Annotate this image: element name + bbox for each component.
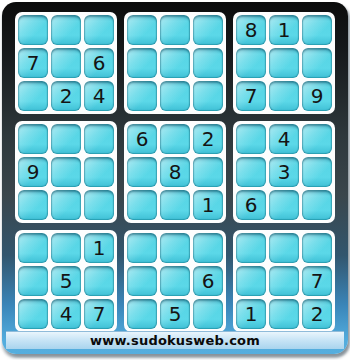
cell-r6c7[interactable]: 6 (236, 190, 266, 220)
cell-r2c1[interactable]: 7 (18, 48, 48, 78)
cell-r1c9[interactable] (302, 15, 332, 45)
cell-r1c1[interactable] (18, 15, 48, 45)
cell-r5c6[interactable] (193, 157, 223, 187)
cell-r9c6[interactable] (193, 299, 223, 329)
cell-r8c1[interactable] (18, 266, 48, 296)
cell-r4c4[interactable]: 6 (127, 124, 157, 154)
cell-r8c4[interactable] (127, 266, 157, 296)
cell-r2c9[interactable] (302, 48, 332, 78)
cell-r3c1[interactable] (18, 81, 48, 111)
cell-r5c1[interactable]: 9 (18, 157, 48, 187)
cell-r2c5[interactable] (160, 48, 190, 78)
cell-r4c3[interactable] (84, 124, 114, 154)
footer-band: www.sudokusweb.com (6, 331, 344, 349)
cell-r5c9[interactable] (302, 157, 332, 187)
sudoku-grid: 7624817996281436154765712 (2, 12, 348, 332)
cell-r9c1[interactable] (18, 299, 48, 329)
cell-r8c7[interactable] (236, 266, 266, 296)
cell-r1c3[interactable] (84, 15, 114, 45)
cell-r3c2[interactable]: 2 (51, 81, 81, 111)
cell-r4c9[interactable] (302, 124, 332, 154)
cell-r7c9[interactable] (302, 233, 332, 263)
cell-r6c8[interactable] (269, 190, 299, 220)
cell-r6c1[interactable] (18, 190, 48, 220)
cell-r7c2[interactable] (51, 233, 81, 263)
cell-r5c8[interactable]: 3 (269, 157, 299, 187)
cell-r3c5[interactable] (160, 81, 190, 111)
box-3-3: 712 (233, 230, 335, 332)
cell-r8c5[interactable] (160, 266, 190, 296)
cell-r2c2[interactable] (51, 48, 81, 78)
cell-r3c9[interactable]: 9 (302, 81, 332, 111)
cell-r8c8[interactable] (269, 266, 299, 296)
cell-r5c3[interactable] (84, 157, 114, 187)
cell-r7c1[interactable] (18, 233, 48, 263)
cell-r7c8[interactable] (269, 233, 299, 263)
box-1-3: 8179 (233, 12, 335, 114)
cell-r9c2[interactable]: 4 (51, 299, 81, 329)
cell-r5c2[interactable] (51, 157, 81, 187)
cell-r6c5[interactable] (160, 190, 190, 220)
cell-r5c4[interactable] (127, 157, 157, 187)
cell-r1c4[interactable] (127, 15, 157, 45)
cell-r4c8[interactable]: 4 (269, 124, 299, 154)
cell-r2c6[interactable] (193, 48, 223, 78)
cell-r3c8[interactable] (269, 81, 299, 111)
cell-r9c7[interactable]: 1 (236, 299, 266, 329)
cell-r6c9[interactable] (302, 190, 332, 220)
cell-r4c7[interactable] (236, 124, 266, 154)
cell-r8c9[interactable]: 7 (302, 266, 332, 296)
sudoku-board: 7624817996281436154765712 www.sudokusweb… (2, 2, 348, 354)
cell-r4c2[interactable] (51, 124, 81, 154)
box-2-2: 6281 (124, 121, 226, 223)
cell-r5c5[interactable]: 8 (160, 157, 190, 187)
cell-r9c4[interactable] (127, 299, 157, 329)
cell-r2c8[interactable] (269, 48, 299, 78)
cell-r9c3[interactable]: 7 (84, 299, 114, 329)
cell-r6c4[interactable] (127, 190, 157, 220)
box-3-2: 65 (124, 230, 226, 332)
cell-r1c7[interactable]: 8 (236, 15, 266, 45)
box-2-1: 9 (15, 121, 117, 223)
cell-r2c3[interactable]: 6 (84, 48, 114, 78)
cell-r5c7[interactable] (236, 157, 266, 187)
cell-r4c5[interactable] (160, 124, 190, 154)
cell-r7c4[interactable] (127, 233, 157, 263)
cell-r2c7[interactable] (236, 48, 266, 78)
box-1-2 (124, 12, 226, 114)
cell-r1c2[interactable] (51, 15, 81, 45)
cell-r7c5[interactable] (160, 233, 190, 263)
cell-r4c6[interactable]: 2 (193, 124, 223, 154)
cell-r8c6[interactable]: 6 (193, 266, 223, 296)
cell-r6c6[interactable]: 1 (193, 190, 223, 220)
cell-r1c6[interactable] (193, 15, 223, 45)
cell-r7c6[interactable] (193, 233, 223, 263)
cell-r7c3[interactable]: 1 (84, 233, 114, 263)
cell-r1c8[interactable]: 1 (269, 15, 299, 45)
cell-r9c8[interactable] (269, 299, 299, 329)
site-label: www.sudokusweb.com (90, 333, 260, 348)
cell-r6c3[interactable] (84, 190, 114, 220)
box-2-3: 436 (233, 121, 335, 223)
cell-r3c3[interactable]: 4 (84, 81, 114, 111)
cell-r8c3[interactable] (84, 266, 114, 296)
cell-r9c5[interactable]: 5 (160, 299, 190, 329)
cell-r6c2[interactable] (51, 190, 81, 220)
cell-r4c1[interactable] (18, 124, 48, 154)
box-3-1: 1547 (15, 230, 117, 332)
cell-r9c9[interactable]: 2 (302, 299, 332, 329)
cell-r3c7[interactable]: 7 (236, 81, 266, 111)
cell-r2c4[interactable] (127, 48, 157, 78)
cell-r8c2[interactable]: 5 (51, 266, 81, 296)
cell-r7c7[interactable] (236, 233, 266, 263)
cell-r3c6[interactable] (193, 81, 223, 111)
cell-r3c4[interactable] (127, 81, 157, 111)
box-1-1: 7624 (15, 12, 117, 114)
cell-r1c5[interactable] (160, 15, 190, 45)
